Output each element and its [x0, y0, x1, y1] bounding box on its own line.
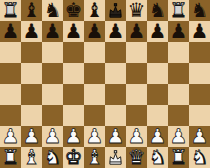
- square-d6[interactable]: [63, 42, 84, 63]
- square-d3[interactable]: [63, 105, 84, 126]
- square-j8[interactable]: ♞: [189, 0, 210, 21]
- square-c1[interactable]: ♞: [42, 147, 63, 168]
- piece-white-king: ♚: [65, 147, 83, 168]
- square-i7[interactable]: ♟: [168, 21, 189, 42]
- square-d5[interactable]: [63, 63, 84, 84]
- square-b3[interactable]: [21, 105, 42, 126]
- square-e2[interactable]: ♟: [84, 126, 105, 147]
- square-g8[interactable]: ♛: [126, 0, 147, 21]
- piece-white-commoner: [107, 149, 124, 167]
- square-e4[interactable]: [84, 84, 105, 105]
- piece-white-pawn: ♟: [65, 126, 83, 147]
- piece-white-queen: ♛: [128, 147, 146, 168]
- piece-black-knight: ♞: [44, 0, 62, 21]
- square-a8[interactable]: ♜: [0, 0, 21, 21]
- square-a1[interactable]: ♜: [0, 147, 21, 168]
- square-f3[interactable]: [105, 105, 126, 126]
- piece-black-pawn: ♟: [191, 21, 209, 42]
- square-b1[interactable]: ♝: [21, 147, 42, 168]
- piece-black-pawn: ♟: [86, 21, 104, 42]
- square-g7[interactable]: ♟: [126, 21, 147, 42]
- square-b6[interactable]: [21, 42, 42, 63]
- piece-white-pawn: ♟: [23, 126, 41, 147]
- square-h7[interactable]: ♟: [147, 21, 168, 42]
- square-a3[interactable]: [0, 105, 21, 126]
- square-j7[interactable]: ♟: [189, 21, 210, 42]
- square-h4[interactable]: [147, 84, 168, 105]
- piece-black-pawn: ♟: [65, 21, 83, 42]
- piece-black-knight: ♞: [191, 0, 209, 21]
- piece-white-knight: ♞: [44, 147, 62, 168]
- square-j3[interactable]: [189, 105, 210, 126]
- piece-white-pawn: ♟: [149, 126, 167, 147]
- square-b7[interactable]: ♟: [21, 21, 42, 42]
- square-i1[interactable]: ♜: [168, 147, 189, 168]
- piece-black-pawn: ♟: [149, 21, 167, 42]
- square-h1[interactable]: ♞: [147, 147, 168, 168]
- square-h2[interactable]: ♟: [147, 126, 168, 147]
- square-a5[interactable]: [0, 63, 21, 84]
- square-c8[interactable]: ♞: [42, 0, 63, 21]
- square-c3[interactable]: [42, 105, 63, 126]
- square-c2[interactable]: ♟: [42, 126, 63, 147]
- chess-board: ♜♝♞♚♝♛♞♜♞♟♟♟♟♟♟♟♟♟♟♟♟♟♟♟♟♟♟♟♟♜♝♞♚♝♛♞♜♞: [0, 0, 210, 168]
- piece-white-rook: ♜: [170, 147, 188, 168]
- square-b4[interactable]: [21, 84, 42, 105]
- piece-white-rook: ♜: [2, 147, 20, 168]
- square-i8[interactable]: ♜: [168, 0, 189, 21]
- square-h6[interactable]: [147, 42, 168, 63]
- square-i6[interactable]: [168, 42, 189, 63]
- piece-black-rook: ♜: [170, 0, 188, 21]
- square-a4[interactable]: [0, 84, 21, 105]
- square-f8[interactable]: [105, 0, 126, 21]
- square-h8[interactable]: ♞: [147, 0, 168, 21]
- square-e1[interactable]: ♝: [84, 147, 105, 168]
- square-j2[interactable]: ♟: [189, 126, 210, 147]
- piece-white-bishop: ♝: [86, 147, 104, 168]
- square-j6[interactable]: [189, 42, 210, 63]
- square-c6[interactable]: [42, 42, 63, 63]
- square-h5[interactable]: [147, 63, 168, 84]
- square-f7[interactable]: ♟: [105, 21, 126, 42]
- square-b8[interactable]: ♝: [21, 0, 42, 21]
- piece-black-pawn: ♟: [107, 21, 125, 42]
- piece-white-knight: ♞: [191, 147, 209, 168]
- square-d8[interactable]: ♚: [63, 0, 84, 21]
- piece-black-pawn: ♟: [2, 21, 20, 42]
- piece-white-pawn: ♟: [191, 126, 209, 147]
- piece-white-pawn: ♟: [86, 126, 104, 147]
- piece-white-pawn: ♟: [107, 126, 125, 147]
- square-b5[interactable]: [21, 63, 42, 84]
- piece-white-knight: ♞: [149, 147, 167, 168]
- square-d2[interactable]: ♟: [63, 126, 84, 147]
- square-b2[interactable]: ♟: [21, 126, 42, 147]
- square-g1[interactable]: ♛: [126, 147, 147, 168]
- piece-black-pawn: ♟: [44, 21, 62, 42]
- piece-black-knight: ♞: [149, 0, 167, 21]
- square-i4[interactable]: [168, 84, 189, 105]
- square-c4[interactable]: [42, 84, 63, 105]
- square-i3[interactable]: [168, 105, 189, 126]
- square-f5[interactable]: [105, 63, 126, 84]
- square-j4[interactable]: [189, 84, 210, 105]
- piece-white-pawn: ♟: [170, 126, 188, 147]
- square-i5[interactable]: [168, 63, 189, 84]
- square-c5[interactable]: [42, 63, 63, 84]
- square-c7[interactable]: ♟: [42, 21, 63, 42]
- square-d7[interactable]: ♟: [63, 21, 84, 42]
- piece-white-pawn: ♟: [128, 126, 146, 147]
- square-e3[interactable]: [84, 105, 105, 126]
- square-g3[interactable]: [126, 105, 147, 126]
- piece-black-rook: ♜: [2, 0, 20, 21]
- piece-black-queen: ♛: [128, 0, 146, 21]
- piece-black-bishop: ♝: [86, 0, 104, 21]
- square-f4[interactable]: [105, 84, 126, 105]
- square-g6[interactable]: [126, 42, 147, 63]
- square-j1[interactable]: ♞: [189, 147, 210, 168]
- square-f2[interactable]: ♟: [105, 126, 126, 147]
- piece-black-commoner: [107, 2, 124, 20]
- square-e6[interactable]: [84, 42, 105, 63]
- piece-black-bishop: ♝: [23, 0, 41, 21]
- piece-white-pawn: ♟: [44, 126, 62, 147]
- piece-black-pawn: ♟: [23, 21, 41, 42]
- square-e8[interactable]: ♝: [84, 0, 105, 21]
- square-a2[interactable]: ♟: [0, 126, 21, 147]
- square-g2[interactable]: ♟: [126, 126, 147, 147]
- square-d4[interactable]: [63, 84, 84, 105]
- square-e5[interactable]: [84, 63, 105, 84]
- square-a6[interactable]: [0, 42, 21, 63]
- square-h3[interactable]: [147, 105, 168, 126]
- piece-black-pawn: ♟: [128, 21, 146, 42]
- square-a7[interactable]: ♟: [0, 21, 21, 42]
- square-d1[interactable]: ♚: [63, 147, 84, 168]
- piece-black-king: ♚: [65, 0, 83, 21]
- piece-white-bishop: ♝: [23, 147, 41, 168]
- square-f1[interactable]: [105, 147, 126, 168]
- square-i2[interactable]: ♟: [168, 126, 189, 147]
- square-f6[interactable]: [105, 42, 126, 63]
- square-e7[interactable]: ♟: [84, 21, 105, 42]
- piece-black-pawn: ♟: [170, 21, 188, 42]
- square-g5[interactable]: [126, 63, 147, 84]
- square-g4[interactable]: [126, 84, 147, 105]
- square-j5[interactable]: [189, 63, 210, 84]
- piece-white-pawn: ♟: [2, 126, 20, 147]
